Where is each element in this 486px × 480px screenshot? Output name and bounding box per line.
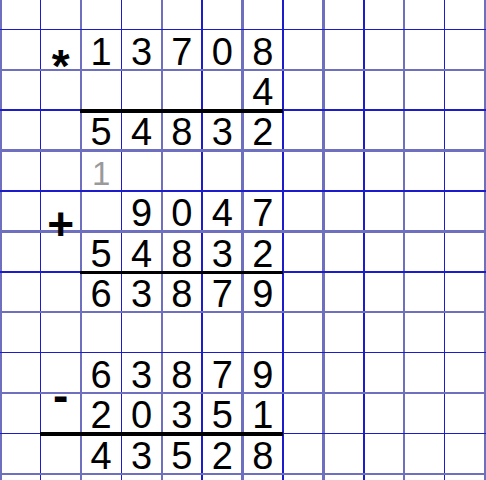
digit-cell: 6 [81,273,121,313]
grid-line-vertical [322,0,324,480]
carry-digit: 1 [81,154,121,194]
grid-line-vertical [403,0,405,480]
digit-cell: 3 [121,31,161,71]
digit-cell: 2 [202,435,242,475]
digit-cell: 3 [121,354,161,394]
digit-cell: 8 [162,112,202,152]
digit-cell: 3 [121,273,161,313]
digit-cell: 9 [243,273,283,313]
digit-cell: 4 [202,193,242,233]
digit-cell: 7 [202,354,242,394]
grid-line-vertical [363,0,364,480]
digit-cell: 1 [81,31,121,71]
digit-cell: 2 [243,233,283,273]
digit-cell: 3 [121,435,161,475]
digit-cell: 2 [81,395,121,435]
digit-cell: 0 [162,193,202,233]
digit-cell: 7 [202,273,242,313]
digit-cell: 5 [162,435,202,475]
digit-cell: 7 [162,31,202,71]
multiply-sign: * [40,45,80,85]
digit-cell: 4 [121,112,161,152]
digit-cell: 8 [243,31,283,71]
digit-cell: 2 [243,112,283,152]
digit-cell: 0 [202,31,242,71]
grid-line-horizontal [0,29,486,30]
digit-cell: 5 [81,112,121,152]
digit-cell: 4 [81,435,121,475]
plus-sign: + [40,203,80,243]
digit-cell: 3 [162,395,202,435]
grid-line-vertical [0,0,2,480]
digit-cell: 1 [243,395,283,435]
digit-cell: 8 [243,435,283,475]
digit-cell: 8 [162,354,202,394]
digit-cell: 6 [81,354,121,394]
digit-cell: 5 [81,233,121,273]
digit-cell: 0 [121,395,161,435]
digit-cell: 4 [121,233,161,273]
digit-cell: 5 [202,395,242,435]
grid-line-horizontal [0,190,486,191]
digit-cell: 3 [202,112,242,152]
digit-cell: 8 [162,273,202,313]
minus-sign: - [40,375,80,415]
grid-line-vertical [444,0,445,480]
digit-cell: 3 [202,233,242,273]
digit-cell: 7 [243,193,283,233]
worksheet-board: *1370845483219047+548326387963879-203514… [0,0,486,480]
digit-cell: 9 [121,193,161,233]
digit-cell: 9 [243,354,283,394]
digit-cell: 8 [162,233,202,273]
digit-cell: 4 [243,71,283,111]
grid-line-horizontal [0,352,486,353]
